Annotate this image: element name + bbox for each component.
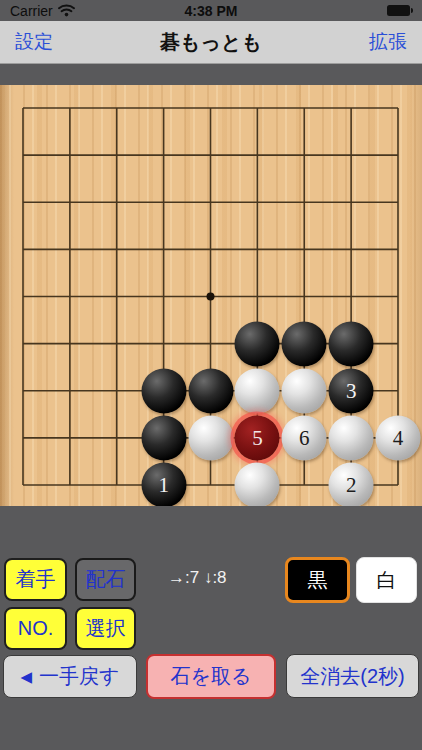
select-button[interactable]: 選択 (75, 607, 136, 650)
undo-arrow-icon: ◀ (20, 668, 32, 686)
control-panel: 着手 配石 →:7 ↓:8 黒 白 NO. 選択 ◀ 一手戻す 石を取る 全消去… (0, 506, 422, 750)
star-point (207, 293, 215, 301)
go-stone-white[interactable]: 2 (329, 463, 374, 508)
app-screen: Carrier 4:38 PM 碁もっとも 設定 拡張 356412 着手 配石… (0, 0, 422, 750)
go-stone-black[interactable]: 3 (329, 368, 374, 413)
go-stone-black[interactable] (141, 415, 186, 460)
go-stone-white[interactable] (282, 368, 327, 413)
move-mode-button[interactable]: 着手 (4, 558, 67, 601)
go-stone-white[interactable]: 4 (376, 415, 421, 460)
go-stone-black[interactable] (329, 321, 374, 366)
capture-stone-button[interactable]: 石を取る (146, 654, 276, 699)
go-stone-white[interactable] (235, 463, 280, 508)
coordinate-display: →:7 ↓:8 (168, 568, 227, 588)
go-stone-black[interactable] (282, 321, 327, 366)
expand-button[interactable]: 拡張 (369, 29, 407, 55)
white-stone-button[interactable]: 白 (356, 557, 417, 603)
undo-button-label: 一手戻す (39, 663, 119, 690)
clear-all-button[interactable]: 全消去(2秒) (286, 654, 419, 698)
undo-button[interactable]: ◀ 一手戻す (3, 655, 137, 698)
black-stone-button[interactable]: 黒 (285, 557, 350, 603)
go-stone-black[interactable] (188, 368, 233, 413)
go-stone-red[interactable]: 5 (235, 415, 280, 460)
go-stone-white[interactable]: 6 (282, 415, 327, 460)
clock: 4:38 PM (0, 3, 422, 19)
page-title: 碁もっとも (0, 29, 422, 56)
nav-bar: 碁もっとも 設定 拡張 (0, 21, 422, 64)
number-toggle-button[interactable]: NO. (4, 607, 67, 650)
goban-grid[interactable]: 356412 (23, 108, 398, 485)
battery-icon (387, 5, 410, 16)
go-stone-white[interactable] (329, 415, 374, 460)
go-stone-white[interactable] (188, 415, 233, 460)
go-stone-black[interactable] (141, 368, 186, 413)
go-stone-black[interactable] (235, 321, 280, 366)
go-stone-black[interactable]: 1 (141, 463, 186, 508)
go-stone-white[interactable] (235, 368, 280, 413)
place-stone-mode-button[interactable]: 配石 (75, 558, 136, 601)
go-board[interactable]: 356412 (0, 85, 422, 506)
status-bar: Carrier 4:38 PM (0, 0, 422, 21)
settings-button[interactable]: 設定 (15, 29, 53, 55)
